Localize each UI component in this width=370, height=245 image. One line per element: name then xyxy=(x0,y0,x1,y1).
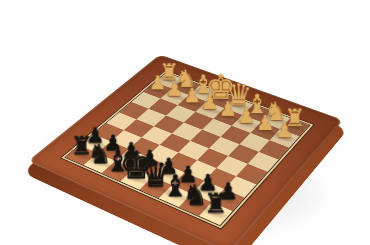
chess-board: ♜♞♝♚♛♝♞♜♟♟♟♟♟♟♟♟♟♟♟♟♟♟♟♟♜♞♝♚♛♝♞♜ xyxy=(28,54,343,245)
piece-black-rook: ♜ xyxy=(194,190,238,216)
board-frame: ♜♞♝♚♛♝♞♜♟♟♟♟♟♟♟♟♟♟♟♟♟♟♟♟♜♞♝♚♛♝♞♜ xyxy=(28,54,343,245)
square-b4 xyxy=(228,144,259,164)
perspective-container: ♜♞♝♚♛♝♞♜♟♟♟♟♟♟♟♟♟♟♟♟♟♟♟♟♜♞♝♚♛♝♞♜ xyxy=(0,0,370,245)
chess-set-photo: ♜♞♝♚♛♝♞♜♟♟♟♟♟♟♟♟♟♟♟♟♟♟♟♟♜♞♝♚♛♝♞♜ xyxy=(0,0,370,245)
square-a3 xyxy=(259,140,289,159)
square-a4 xyxy=(248,152,279,172)
